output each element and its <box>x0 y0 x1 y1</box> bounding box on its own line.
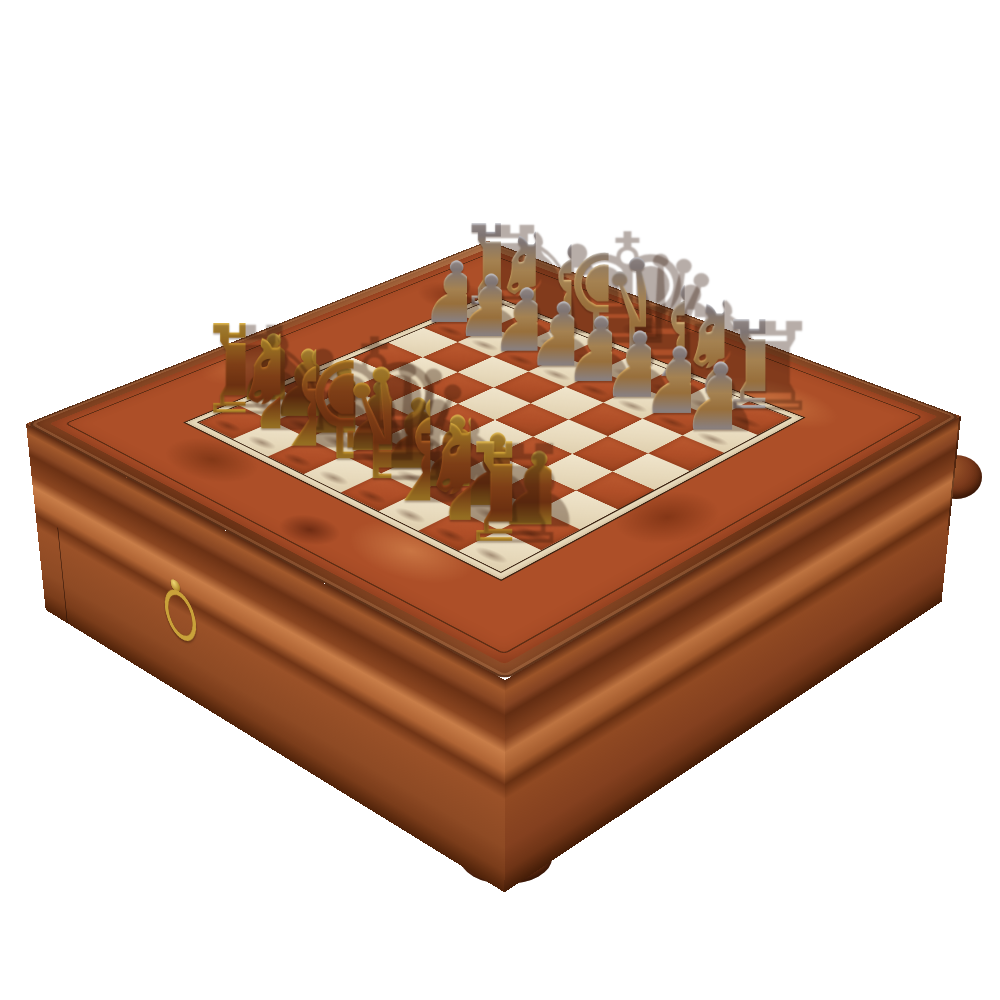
piece-shadow <box>575 382 613 398</box>
drawer-seam-left <box>57 527 68 623</box>
chess-case: ♜♞♝♚♛♝♞♜♟♟♟♟♟♟♟♟♟♟♟♟♟♟♟♟♜♞♝♚♛♝♞♜ <box>26 241 961 680</box>
drawer-ring-pull <box>163 582 198 648</box>
product-photo-stage: ♜♞♝♚♛♝♞♜♟♟♟♟♟♟♟♟♟♟♟♟♟♟♟♟♜♞♝♚♛♝♞♜ <box>0 0 1000 1000</box>
